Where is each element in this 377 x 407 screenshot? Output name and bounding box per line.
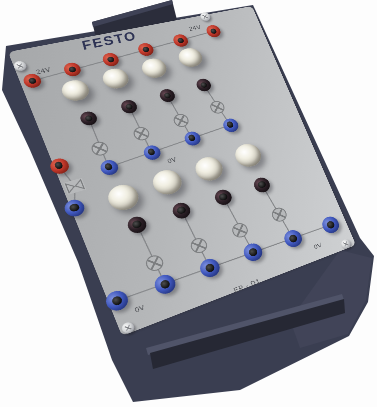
socket-hole: [68, 66, 77, 73]
socket-hole: [142, 46, 150, 52]
socket-hole: [54, 161, 64, 169]
socket-hole: [326, 220, 336, 229]
festo-module-photo: FESTO 24V 24V 0V 0V 0V EP - D1: [0, 0, 377, 407]
socket-hole: [210, 28, 218, 34]
socket-hole: [111, 295, 123, 306]
socket-hole: [200, 81, 208, 88]
socket-hole: [147, 148, 156, 156]
socket-hole: [218, 193, 227, 201]
socket-hole: [159, 279, 171, 290]
socket-hole: [257, 181, 266, 189]
socket-hole: [28, 77, 37, 84]
socket-hole: [187, 134, 196, 142]
socket-hole: [204, 262, 215, 272]
socket-hole: [106, 56, 114, 63]
socket-hole: [69, 203, 80, 212]
socket-hole: [132, 220, 142, 229]
socket-hole: [226, 121, 235, 128]
socket-hole: [104, 163, 114, 171]
socket-hole: [125, 103, 134, 110]
socket-hole: [84, 114, 93, 121]
socket-hole: [288, 233, 298, 243]
socket-hole: [163, 92, 171, 99]
socket-hole: [177, 37, 185, 43]
socket-hole: [176, 206, 186, 215]
socket-hole: [248, 247, 259, 257]
